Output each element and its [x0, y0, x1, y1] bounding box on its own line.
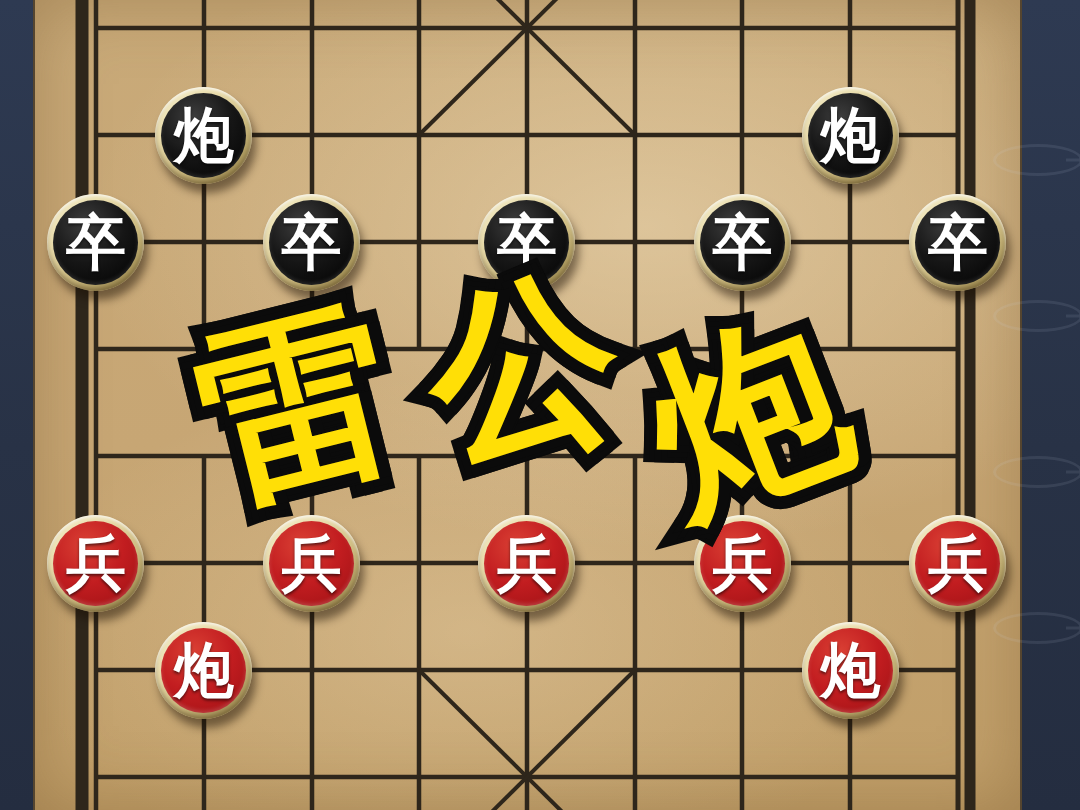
red-soldier-1-glyph: 兵 — [66, 533, 126, 593]
cell-black-soldier-5: 卒 — [904, 189, 1012, 296]
cell-black-cannon-right: 炮 — [796, 82, 904, 189]
red-soldier-3-face: 兵 — [484, 521, 569, 606]
black-cannon-left-glyph: 炮 — [174, 105, 234, 165]
red-cannon-left[interactable]: 炮 — [155, 622, 252, 719]
black-soldier-4[interactable]: 卒 — [694, 194, 791, 291]
red-cannon-right[interactable]: 炮 — [802, 622, 899, 719]
black-soldier-3-glyph: 卒 — [497, 212, 557, 272]
cell-red-soldier-5: 兵 — [904, 510, 1012, 617]
cell-red-soldier-2: 兵 — [258, 510, 366, 617]
app-background: 炮炮卒卒卒卒卒兵兵兵兵兵炮炮 雷 公 炮 — [0, 0, 1080, 810]
red-soldier-4-face: 兵 — [700, 521, 785, 606]
red-soldier-2-face: 兵 — [269, 521, 354, 606]
red-cannon-left-face: 炮 — [161, 628, 246, 713]
black-soldier-5-face: 卒 — [915, 200, 1000, 285]
black-cannon-right-glyph: 炮 — [820, 105, 880, 165]
black-soldier-3[interactable]: 卒 — [478, 194, 575, 291]
black-cannon-right-face: 炮 — [808, 93, 893, 178]
cell-red-soldier-1: 兵 — [42, 510, 150, 617]
black-soldier-5-glyph: 卒 — [928, 212, 988, 272]
red-soldier-3[interactable]: 兵 — [478, 515, 575, 612]
cell-black-soldier-2: 卒 — [258, 189, 366, 296]
black-soldier-5[interactable]: 卒 — [909, 194, 1006, 291]
cell-red-cannon-right: 炮 — [796, 617, 904, 724]
black-soldier-1-glyph: 卒 — [66, 212, 126, 272]
red-soldier-1[interactable]: 兵 — [47, 515, 144, 612]
black-soldier-1[interactable]: 卒 — [47, 194, 144, 291]
black-cannon-left[interactable]: 炮 — [155, 87, 252, 184]
red-soldier-5-face: 兵 — [915, 521, 1000, 606]
cell-red-soldier-4: 兵 — [689, 510, 797, 617]
red-soldier-5[interactable]: 兵 — [909, 515, 1006, 612]
red-soldier-4[interactable]: 兵 — [694, 515, 791, 612]
red-soldier-3-glyph: 兵 — [497, 533, 557, 593]
red-soldier-4-glyph: 兵 — [712, 533, 772, 593]
black-soldier-3-face: 卒 — [484, 200, 569, 285]
black-soldier-2-face: 卒 — [269, 200, 354, 285]
red-cannon-right-glyph: 炮 — [820, 640, 880, 700]
black-cannon-left-face: 炮 — [161, 93, 246, 178]
black-soldier-1-face: 卒 — [53, 200, 138, 285]
black-soldier-2-glyph: 卒 — [281, 212, 341, 272]
red-soldier-5-glyph: 兵 — [928, 533, 988, 593]
red-soldier-1-face: 兵 — [53, 521, 138, 606]
red-soldier-2[interactable]: 兵 — [263, 515, 360, 612]
black-soldier-4-face: 卒 — [700, 200, 785, 285]
cell-red-soldier-3: 兵 — [473, 510, 581, 617]
black-cannon-right[interactable]: 炮 — [802, 87, 899, 184]
cell-black-soldier-3: 卒 — [473, 189, 581, 296]
xiangqi-board-grid: 炮炮卒卒卒卒卒兵兵兵兵兵炮炮 — [42, 0, 1012, 810]
red-cannon-left-glyph: 炮 — [174, 640, 234, 700]
black-soldier-4-glyph: 卒 — [712, 212, 772, 272]
red-soldier-2-glyph: 兵 — [281, 533, 341, 593]
red-cannon-right-face: 炮 — [808, 628, 893, 713]
cell-black-soldier-4: 卒 — [689, 189, 797, 296]
black-soldier-2[interactable]: 卒 — [263, 194, 360, 291]
cell-black-soldier-1: 卒 — [42, 189, 150, 296]
cell-black-cannon-left: 炮 — [150, 82, 258, 189]
cell-red-cannon-left: 炮 — [150, 617, 258, 724]
